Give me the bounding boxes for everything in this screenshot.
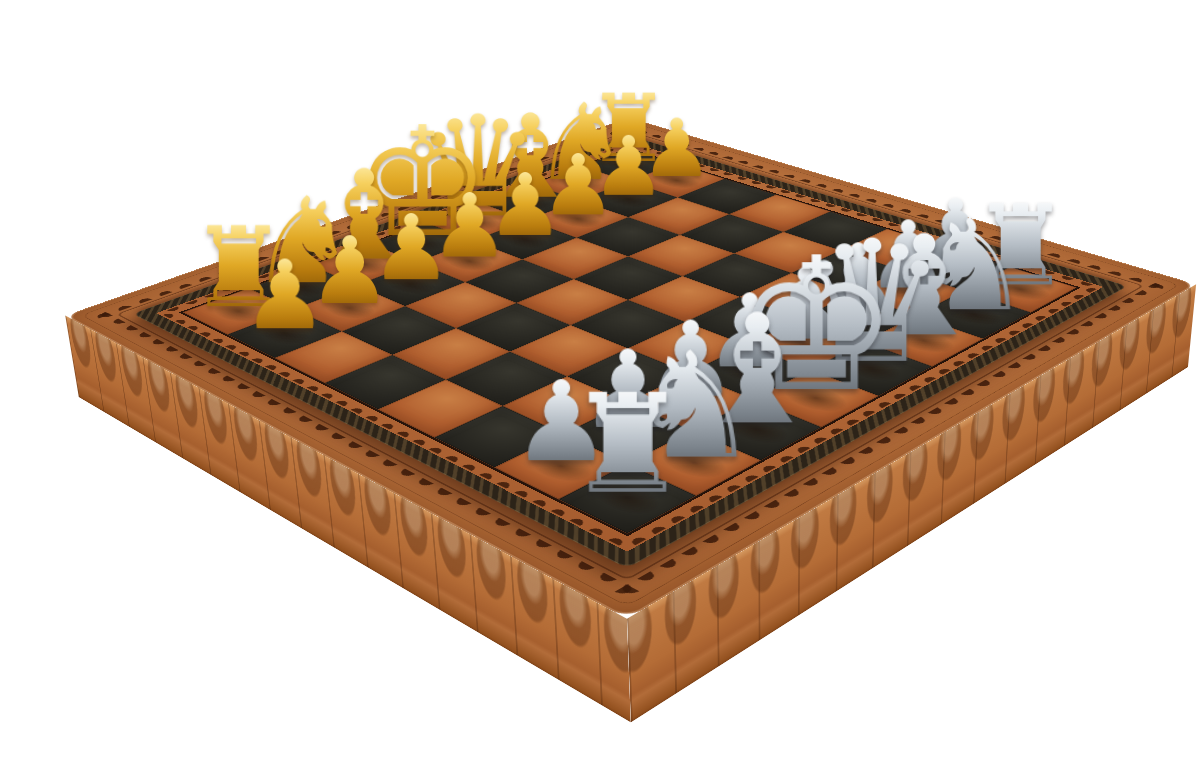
white-pawn-h2[interactable]: ♟: [242, 248, 327, 343]
chest-top-leather-border: ♜♞♝♛♚♝♞♜♟♟♟♟♟♟♟♟♟♟♟♟♟♟♟♟♜♞♝♛♚♝♞♜: [65, 118, 1196, 619]
product-photo: ♜♞♝♛♚♝♞♜♟♟♟♟♟♟♟♟♟♟♟♟♟♟♟♟♜♞♝♛♚♝♞♜: [0, 0, 1200, 772]
scene: ♜♞♝♛♚♝♞♜♟♟♟♟♟♟♟♟♟♟♟♟♟♟♟♟♜♞♝♛♚♝♞♜: [0, 0, 1200, 772]
chess-chest: ♜♞♝♛♚♝♞♜♟♟♟♟♟♟♟♟♟♟♟♟♟♟♟♟♜♞♝♛♚♝♞♜: [65, 118, 1196, 619]
black-rook-h8[interactable]: ♜: [567, 376, 690, 513]
